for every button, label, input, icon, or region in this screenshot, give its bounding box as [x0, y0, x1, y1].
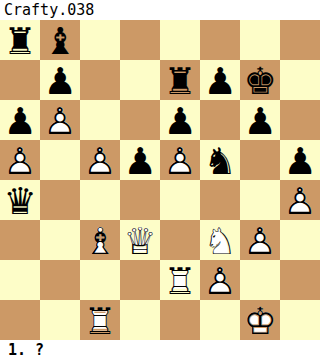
square-h6[interactable] [280, 100, 320, 140]
piece-white-pawn[interactable]: ♟♙ [240, 220, 280, 260]
square-h2[interactable] [280, 260, 320, 300]
square-f5[interactable]: ♞ [200, 140, 240, 180]
square-h1[interactable] [280, 300, 320, 340]
square-d8[interactable] [120, 20, 160, 60]
piece-black-queen[interactable]: ♛ [0, 180, 40, 220]
square-f6[interactable] [200, 100, 240, 140]
square-b6[interactable]: ♟♙ [40, 100, 80, 140]
piece-white-knight[interactable]: ♞♘ [200, 220, 240, 260]
square-f7[interactable]: ♟ [200, 60, 240, 100]
piece-black-pawn[interactable]: ♟ [160, 100, 200, 140]
square-g8[interactable] [240, 20, 280, 60]
square-g6[interactable]: ♟ [240, 100, 280, 140]
square-d2[interactable] [120, 260, 160, 300]
move-prompt: 1. ? [0, 340, 320, 360]
square-a5[interactable]: ♟♙ [0, 140, 40, 180]
piece-black-rook[interactable]: ♜ [160, 60, 200, 100]
square-a1[interactable] [0, 300, 40, 340]
square-b7[interactable]: ♟ [40, 60, 80, 100]
square-c1[interactable]: ♜♖ [80, 300, 120, 340]
square-b2[interactable] [40, 260, 80, 300]
square-c8[interactable] [80, 20, 120, 60]
square-c5[interactable]: ♟♙ [80, 140, 120, 180]
square-d1[interactable] [120, 300, 160, 340]
square-c2[interactable] [80, 260, 120, 300]
piece-white-queen[interactable]: ♛♕ [120, 220, 160, 260]
square-h8[interactable] [280, 20, 320, 60]
square-e7[interactable]: ♜ [160, 60, 200, 100]
square-a2[interactable] [0, 260, 40, 300]
square-g2[interactable] [240, 260, 280, 300]
piece-black-king[interactable]: ♚ [240, 60, 280, 100]
crafty-window: Crafty.038 ♜♝♟♜♟♚♟♟♙♟♟♟♙♟♙♟♟♙♞♟♛♟♙♝♗♛♕♞♘… [0, 0, 320, 360]
square-h5[interactable]: ♟ [280, 140, 320, 180]
square-c3[interactable]: ♝♗ [80, 220, 120, 260]
piece-white-rook[interactable]: ♜♖ [80, 300, 120, 340]
square-h3[interactable] [280, 220, 320, 260]
piece-black-pawn[interactable]: ♟ [280, 140, 320, 180]
square-a7[interactable] [0, 60, 40, 100]
piece-black-rook[interactable]: ♜ [0, 20, 40, 60]
square-d4[interactable] [120, 180, 160, 220]
square-a3[interactable] [0, 220, 40, 260]
square-a8[interactable]: ♜ [0, 20, 40, 60]
square-e2[interactable]: ♜♖ [160, 260, 200, 300]
square-b4[interactable] [40, 180, 80, 220]
square-g5[interactable] [240, 140, 280, 180]
piece-white-pawn[interactable]: ♟♙ [280, 180, 320, 220]
piece-white-pawn[interactable]: ♟♙ [200, 260, 240, 300]
square-e5[interactable]: ♟♙ [160, 140, 200, 180]
square-g3[interactable]: ♟♙ [240, 220, 280, 260]
piece-black-knight[interactable]: ♞ [200, 140, 240, 180]
piece-black-pawn[interactable]: ♟ [40, 60, 80, 100]
square-b5[interactable] [40, 140, 80, 180]
square-e1[interactable] [160, 300, 200, 340]
square-g1[interactable]: ♚♔ [240, 300, 280, 340]
square-d7[interactable] [120, 60, 160, 100]
piece-black-pawn[interactable]: ♟ [240, 100, 280, 140]
piece-white-pawn[interactable]: ♟♙ [80, 140, 120, 180]
square-d6[interactable] [120, 100, 160, 140]
square-e4[interactable] [160, 180, 200, 220]
square-f1[interactable] [200, 300, 240, 340]
piece-black-pawn[interactable]: ♟ [200, 60, 240, 100]
square-a4[interactable]: ♛ [0, 180, 40, 220]
square-b3[interactable] [40, 220, 80, 260]
square-b8[interactable]: ♝ [40, 20, 80, 60]
square-g4[interactable] [240, 180, 280, 220]
square-g7[interactable]: ♚ [240, 60, 280, 100]
square-c4[interactable] [80, 180, 120, 220]
piece-black-pawn[interactable]: ♟ [120, 140, 160, 180]
square-e6[interactable]: ♟ [160, 100, 200, 140]
square-d3[interactable]: ♛♕ [120, 220, 160, 260]
piece-white-bishop[interactable]: ♝♗ [80, 220, 120, 260]
piece-black-pawn[interactable]: ♟ [0, 100, 40, 140]
window-title: Crafty.038 [0, 0, 320, 20]
square-c6[interactable] [80, 100, 120, 140]
square-a6[interactable]: ♟ [0, 100, 40, 140]
square-f3[interactable]: ♞♘ [200, 220, 240, 260]
square-h4[interactable]: ♟♙ [280, 180, 320, 220]
piece-black-bishop[interactable]: ♝ [40, 20, 80, 60]
square-f4[interactable] [200, 180, 240, 220]
piece-white-pawn[interactable]: ♟♙ [160, 140, 200, 180]
piece-white-king[interactable]: ♚♔ [240, 300, 280, 340]
square-e8[interactable] [160, 20, 200, 60]
piece-white-pawn[interactable]: ♟♙ [40, 100, 80, 140]
square-b1[interactable] [40, 300, 80, 340]
square-f8[interactable] [200, 20, 240, 60]
square-d5[interactable]: ♟ [120, 140, 160, 180]
piece-white-pawn[interactable]: ♟♙ [0, 140, 40, 180]
square-e3[interactable] [160, 220, 200, 260]
chess-board: ♜♝♟♜♟♚♟♟♙♟♟♟♙♟♙♟♟♙♞♟♛♟♙♝♗♛♕♞♘♟♙♜♖♟♙♜♖♚♔ [0, 20, 320, 340]
square-f2[interactable]: ♟♙ [200, 260, 240, 300]
square-h7[interactable] [280, 60, 320, 100]
square-c7[interactable] [80, 60, 120, 100]
piece-white-rook[interactable]: ♜♖ [160, 260, 200, 300]
